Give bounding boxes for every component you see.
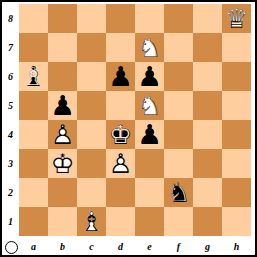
- square-e7[interactable]: ♞♘: [135, 33, 164, 62]
- square-g8[interactable]: [193, 4, 222, 33]
- square-d5[interactable]: [106, 91, 135, 120]
- piece-white-pawn: ♟♙: [106, 149, 135, 178]
- square-f5[interactable]: [164, 91, 193, 120]
- rank-label-7: 7: [2, 33, 19, 62]
- square-a1[interactable]: [19, 207, 48, 236]
- rank-label-4: 4: [2, 120, 19, 149]
- rank-label-2: 2: [2, 178, 19, 207]
- square-d4[interactable]: ♚♔: [106, 120, 135, 149]
- rank-labels: 87654321: [2, 4, 19, 236]
- piece-black-pawn: ♟♟: [106, 62, 135, 91]
- square-d3[interactable]: ♟♙: [106, 149, 135, 178]
- square-b5[interactable]: ♟♟: [48, 91, 77, 120]
- square-f2[interactable]: ♞♘: [164, 178, 193, 207]
- chess-diagram: 87654321 ♛♕♞♘♝♗♟♟♟♟♟♟♞♘♟♙♚♔♟♟♚♔♟♙♞♘♝♗ ab…: [0, 0, 257, 257]
- square-c6[interactable]: [77, 62, 106, 91]
- piece-white-knight: ♞♘: [135, 91, 164, 120]
- rank-label-3: 3: [2, 149, 19, 178]
- rank-label-1: 1: [2, 207, 19, 236]
- file-label-c: c: [77, 238, 106, 254]
- square-a3[interactable]: [19, 149, 48, 178]
- square-f4[interactable]: [164, 120, 193, 149]
- square-f6[interactable]: [164, 62, 193, 91]
- file-label-d: d: [106, 238, 135, 254]
- white-to-move-indicator: [5, 241, 18, 254]
- square-d8[interactable]: [106, 4, 135, 33]
- square-g7[interactable]: [193, 33, 222, 62]
- square-h4[interactable]: [222, 120, 251, 149]
- square-g6[interactable]: [193, 62, 222, 91]
- square-h8[interactable]: ♛♕: [222, 4, 251, 33]
- file-labels: abcdefgh: [19, 238, 251, 254]
- square-c5[interactable]: [77, 91, 106, 120]
- square-c7[interactable]: [77, 33, 106, 62]
- file-label-h: h: [222, 238, 251, 254]
- piece-black-pawn: ♟♟: [48, 91, 77, 120]
- square-h5[interactable]: [222, 91, 251, 120]
- square-a7[interactable]: [19, 33, 48, 62]
- square-e5[interactable]: ♞♘: [135, 91, 164, 120]
- square-a6[interactable]: ♝♗: [19, 62, 48, 91]
- square-e4[interactable]: ♟♟: [135, 120, 164, 149]
- square-b6[interactable]: [48, 62, 77, 91]
- piece-white-bishop: ♝♗: [77, 207, 106, 236]
- square-d6[interactable]: ♟♟: [106, 62, 135, 91]
- square-b4[interactable]: ♟♙: [48, 120, 77, 149]
- square-a5[interactable]: [19, 91, 48, 120]
- square-e6[interactable]: ♟♟: [135, 62, 164, 91]
- square-a8[interactable]: [19, 4, 48, 33]
- piece-black-bishop: ♝♗: [19, 62, 48, 91]
- piece-white-king: ♚♔: [48, 149, 77, 178]
- square-c1[interactable]: ♝♗: [77, 207, 106, 236]
- square-b3[interactable]: ♚♔: [48, 149, 77, 178]
- square-c3[interactable]: [77, 149, 106, 178]
- square-f1[interactable]: [164, 207, 193, 236]
- piece-black-pawn: ♟♟: [135, 62, 164, 91]
- square-e2[interactable]: [135, 178, 164, 207]
- square-b2[interactable]: [48, 178, 77, 207]
- piece-black-pawn: ♟♟: [135, 120, 164, 149]
- piece-white-knight: ♞♘: [135, 33, 164, 62]
- square-a2[interactable]: [19, 178, 48, 207]
- piece-white-queen: ♛♕: [222, 4, 251, 33]
- square-h6[interactable]: [222, 62, 251, 91]
- square-f8[interactable]: [164, 4, 193, 33]
- piece-black-knight: ♞♘: [164, 178, 193, 207]
- square-f3[interactable]: [164, 149, 193, 178]
- square-g4[interactable]: [193, 120, 222, 149]
- square-b8[interactable]: [48, 4, 77, 33]
- square-e8[interactable]: [135, 4, 164, 33]
- rank-label-6: 6: [2, 62, 19, 91]
- square-h1[interactable]: [222, 207, 251, 236]
- rank-label-5: 5: [2, 91, 19, 120]
- square-g3[interactable]: [193, 149, 222, 178]
- square-b7[interactable]: [48, 33, 77, 62]
- square-d1[interactable]: [106, 207, 135, 236]
- file-label-a: a: [19, 238, 48, 254]
- square-f7[interactable]: [164, 33, 193, 62]
- square-e3[interactable]: [135, 149, 164, 178]
- file-label-e: e: [135, 238, 164, 254]
- square-d2[interactable]: [106, 178, 135, 207]
- piece-white-pawn: ♟♙: [48, 120, 77, 149]
- piece-black-king: ♚♔: [106, 120, 135, 149]
- square-c4[interactable]: [77, 120, 106, 149]
- square-e1[interactable]: [135, 207, 164, 236]
- square-g1[interactable]: [193, 207, 222, 236]
- square-c8[interactable]: [77, 4, 106, 33]
- square-d7[interactable]: [106, 33, 135, 62]
- square-g2[interactable]: [193, 178, 222, 207]
- square-a4[interactable]: [19, 120, 48, 149]
- square-h7[interactable]: [222, 33, 251, 62]
- file-label-b: b: [48, 238, 77, 254]
- file-label-g: g: [193, 238, 222, 254]
- square-h2[interactable]: [222, 178, 251, 207]
- chess-board: ♛♕♞♘♝♗♟♟♟♟♟♟♞♘♟♙♚♔♟♟♚♔♟♙♞♘♝♗: [19, 4, 251, 236]
- square-c2[interactable]: [77, 178, 106, 207]
- square-g5[interactable]: [193, 91, 222, 120]
- rank-label-8: 8: [2, 4, 19, 33]
- square-h3[interactable]: [222, 149, 251, 178]
- file-label-f: f: [164, 238, 193, 254]
- square-b1[interactable]: [48, 207, 77, 236]
